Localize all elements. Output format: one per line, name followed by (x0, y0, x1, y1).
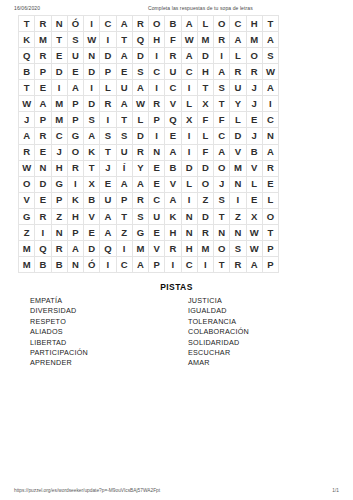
grid-cell-r12c2: E (35, 193, 51, 209)
grid-cell-r7c3: M (52, 112, 68, 128)
grid-cell-r6c11: L (182, 96, 198, 112)
grid-cell-r11c11: L (182, 177, 198, 193)
grid-cell-r5c6: L (100, 80, 116, 96)
grid-cell-r10c9: E (149, 161, 165, 177)
grid-cell-r7c4: P (68, 112, 84, 128)
grid-cell-r16c14: R (230, 257, 246, 273)
grid-cell-r6c2: A (35, 96, 51, 112)
grid-cell-r11c12: O (198, 177, 214, 193)
grid-cell-r4c10: U (165, 64, 181, 80)
grid-cell-r9c3: J (52, 145, 68, 161)
grid-cell-r6c15: J (247, 96, 263, 112)
grid-cell-r10c5: T (84, 161, 100, 177)
grid-cell-r5c10: C (165, 80, 181, 96)
grid-cell-r16c5: Ó (84, 257, 100, 273)
grid-cell-r14c4: P (68, 225, 84, 241)
grid-cell-r2c5: W (84, 32, 100, 48)
clue-word: COLABORACIÓN (188, 327, 249, 337)
grid-cell-r14c1: Z (19, 225, 35, 241)
grid-cell-r4c14: R (230, 64, 246, 80)
grid-cell-r15c6: Q (100, 241, 116, 257)
grid-cell-r14c15: W (247, 225, 263, 241)
grid-cell-r12c3: P (52, 193, 68, 209)
header-date: 16/06/2020 (14, 5, 40, 11)
grid-cell-r9c5: K (84, 145, 100, 161)
grid-cell-r11c15: L (247, 177, 263, 193)
grid-cell-r14c8: G (133, 225, 149, 241)
grid-cell-r4c12: H (198, 64, 214, 80)
clue-word: LIBERTAD (30, 338, 88, 348)
grid-cell-r3c7: A (117, 48, 133, 64)
grid-cell-r5c9: I (149, 80, 165, 96)
grid-cell-r13c2: R (35, 209, 51, 225)
grid-cell-r6c10: V (165, 96, 181, 112)
grid-cell-r4c9: C (149, 64, 165, 80)
grid-cell-r4c2: P (35, 64, 51, 80)
grid-cell-r3c8: D (133, 48, 149, 64)
grid-cell-r10c6: J (100, 161, 116, 177)
grid-cell-r13c4: H (68, 209, 84, 225)
clues-column-left: EMPATÍADIVERSIDADRESPETOALIADOSLIBERTADP… (30, 296, 88, 369)
grid-cell-r4c3: D (52, 64, 68, 80)
grid-cell-r10c14: M (230, 161, 246, 177)
grid-cell-r1c9: O (149, 16, 165, 32)
grid-cell-r16c15: A (247, 257, 263, 273)
grid-cell-r15c9: V (149, 241, 165, 257)
grid-cell-r15c4: A (68, 241, 84, 257)
grid-cell-r11c7: A (117, 177, 133, 193)
grid-cell-r8c6: S (100, 128, 116, 144)
clues-column-right: JUSTICIAIGUALDADTOLERANCIACOLABORACIÓNSO… (188, 296, 249, 369)
grid-cell-r16c4: N (68, 257, 84, 273)
grid-cell-r6c8: W (133, 96, 149, 112)
grid-cell-r16c8: A (133, 257, 149, 273)
grid-cell-r7c2: P (35, 112, 51, 128)
grid-cell-r9c14: V (230, 145, 246, 161)
grid-cell-r12c6: U (100, 193, 116, 209)
grid-cell-r11c1: O (19, 177, 35, 193)
grid-cell-r8c12: L (198, 128, 214, 144)
grid-cell-r5c12: T (198, 80, 214, 96)
grid-cell-r3c6: D (100, 48, 116, 64)
grid-cell-r10c16: R (263, 161, 279, 177)
grid-cell-r13c10: K (165, 209, 181, 225)
grid-cell-r7c1: J (19, 112, 35, 128)
grid-cell-r9c12: F (198, 145, 214, 161)
grid-cell-r15c7: I (117, 241, 133, 257)
grid-cell-r7c6: I (100, 112, 116, 128)
grid-cell-r4c15: R (247, 64, 263, 80)
grid-cell-r1c8: R (133, 16, 149, 32)
grid-cell-r4c6: P (100, 64, 116, 80)
grid-cell-r11c2: D (35, 177, 51, 193)
grid-cell-r1c2: R (35, 16, 51, 32)
footer-page-number: 1/1 (332, 488, 339, 493)
clue-word: ALIADOS (30, 327, 88, 337)
grid-cell-r16c9: P (149, 257, 165, 273)
grid-cell-r16c10: I (165, 257, 181, 273)
grid-cell-r16c12: I (198, 257, 214, 273)
grid-cell-r6c12: X (198, 96, 214, 112)
grid-cell-r1c6: C (100, 16, 116, 32)
clue-word: ESCUCHAR (188, 348, 249, 358)
grid-cell-r2c9: H (149, 32, 165, 48)
grid-cell-r9c10: A (165, 145, 181, 161)
grid-cell-r12c13: S (214, 193, 230, 209)
grid-cell-r14c11: N (182, 225, 198, 241)
grid-cell-r12c14: I (230, 193, 246, 209)
grid-cell-r15c13: O (214, 241, 230, 257)
grid-cell-r10c2: N (35, 161, 51, 177)
grid-cell-r2c3: T (52, 32, 68, 48)
grid-cell-r3c9: I (149, 48, 165, 64)
grid-cell-r3c4: U (68, 48, 84, 64)
clue-word: IGUALDAD (188, 306, 249, 316)
grid-cell-r14c3: N (52, 225, 68, 241)
grid-cell-r6c7: A (117, 96, 133, 112)
grid-cell-r4c13: A (214, 64, 230, 80)
grid-cell-r9c8: R (133, 145, 149, 161)
grid-cell-r8c1: A (19, 128, 35, 144)
grid-cell-r7c7: T (117, 112, 133, 128)
grid-cell-r3c3: E (52, 48, 68, 64)
grid-cell-r3c12: D (198, 48, 214, 64)
grid-cell-r12c9: C (149, 193, 165, 209)
grid-cell-r8c14: D (230, 128, 246, 144)
grid-cell-r14c6: A (100, 225, 116, 241)
grid-cell-r13c5: V (84, 209, 100, 225)
grid-cell-r10c11: D (182, 161, 198, 177)
grid-cell-r16c16: P (263, 257, 279, 273)
grid-cell-r15c12: M (198, 241, 214, 257)
grid-cell-r13c12: D (198, 209, 214, 225)
clue-word: JUSTICIA (188, 296, 249, 306)
grid-cell-r11c13: J (214, 177, 230, 193)
grid-cell-r13c15: X (247, 209, 263, 225)
grid-cell-r16c7: C (117, 257, 133, 273)
grid-cell-r12c4: K (68, 193, 84, 209)
grid-cell-r5c8: A (133, 80, 149, 96)
grid-cell-r9c13: A (214, 145, 230, 161)
grid-cell-r5c7: U (117, 80, 133, 96)
grid-cell-r6c16: I (263, 96, 279, 112)
clue-word: SOLIDARIDAD (188, 338, 249, 348)
grid-cell-r16c11: C (182, 257, 198, 273)
grid-cell-r15c5: D (84, 241, 100, 257)
grid-cell-r2c15: M (247, 32, 263, 48)
grid-cell-r16c6: I (100, 257, 116, 273)
grid-cell-r8c15: J (247, 128, 263, 144)
grid-cell-r6c6: R (100, 96, 116, 112)
grid-cell-r13c13: T (214, 209, 230, 225)
grid-cell-r8c13: C (214, 128, 230, 144)
clues-title: PISTAS (0, 282, 353, 292)
grid-cell-r5c2: E (35, 80, 51, 96)
grid-cell-r4c16: W (263, 64, 279, 80)
grid-cell-r2c1: K (19, 32, 35, 48)
grid-cell-r3c10: R (165, 48, 181, 64)
grid-cell-r15c10: R (165, 241, 181, 257)
grid-cell-r15c11: H (182, 241, 198, 257)
grid-cell-r5c5: I (84, 80, 100, 96)
clue-word: APRENDER (30, 358, 88, 368)
grid-cell-r1c12: L (198, 16, 214, 32)
grid-cell-r5c4: A (68, 80, 84, 96)
grid-cell-r7c9: P (149, 112, 165, 128)
grid-cell-r9c9: N (149, 145, 165, 161)
grid-cell-r14c16: T (263, 225, 279, 241)
grid-cell-r7c10: Q (165, 112, 181, 128)
grid-cell-r4c11: C (182, 64, 198, 80)
grid-cell-r8c11: I (182, 128, 198, 144)
clue-word: DIVERSIDAD (30, 306, 88, 316)
grid-cell-r9c6: T (100, 145, 116, 161)
grid-cell-r4c5: D (84, 64, 100, 80)
grid-cell-r15c8: M (133, 241, 149, 257)
grid-cell-r16c2: B (35, 257, 51, 273)
grid-cell-r1c5: I (84, 16, 100, 32)
grid-cell-r3c15: O (247, 48, 263, 64)
grid-cell-r3c16: S (263, 48, 279, 64)
grid-cell-r16c1: M (19, 257, 35, 273)
grid-cell-r1c7: A (117, 16, 133, 32)
grid-cell-r6c5: D (84, 96, 100, 112)
grid-cell-r1c11: A (182, 16, 198, 32)
grid-cell-r7c12: F (198, 112, 214, 128)
grid-cell-r15c3: R (52, 241, 68, 257)
grid-cell-r7c14: L (230, 112, 246, 128)
grid-cell-r2c4: S (68, 32, 84, 48)
clue-word: AMAR (188, 358, 249, 368)
grid-cell-r5c15: J (247, 80, 263, 96)
grid-cell-r10c1: W (19, 161, 35, 177)
grid-cell-r6c4: P (68, 96, 84, 112)
grid-cell-r2c12: M (198, 32, 214, 48)
grid-cell-r8c3: C (52, 128, 68, 144)
grid-cell-r10c8: Y (133, 161, 149, 177)
grid-cell-r14c12: R (198, 225, 214, 241)
grid-cell-r2c11: W (182, 32, 198, 48)
grid-cell-r4c7: E (117, 64, 133, 80)
grid-cell-r6c9: R (149, 96, 165, 112)
grid-cell-r11c5: X (84, 177, 100, 193)
grid-cell-r1c16: T (263, 16, 279, 32)
grid-cell-r5c16: A (263, 80, 279, 96)
grid-cell-r13c11: N (182, 209, 198, 225)
grid-cell-r15c15: W (247, 241, 263, 257)
grid-cell-r10c4: R (68, 161, 84, 177)
grid-cell-r8c10: E (165, 128, 181, 144)
grid-cell-r14c13: N (214, 225, 230, 241)
grid-cell-r11c10: V (165, 177, 181, 193)
grid-cell-r11c14: N (230, 177, 246, 193)
word-search-grid: TRNÓICAROBALOCHTKMTSWITQHFWMRAMAQREUNDAD… (18, 15, 279, 273)
grid-cell-r12c15: E (247, 193, 263, 209)
grid-cell-r8c7: S (117, 128, 133, 144)
grid-cell-r2c6: I (100, 32, 116, 48)
grid-cell-r9c15: B (247, 145, 263, 161)
grid-cell-r13c8: S (133, 209, 149, 225)
grid-cell-r7c8: L (133, 112, 149, 128)
grid-cell-r7c5: S (84, 112, 100, 128)
grid-cell-r11c16: E (263, 177, 279, 193)
grid-cell-r7c13: F (214, 112, 230, 128)
grid-cell-r15c16: P (263, 241, 279, 257)
grid-cell-r6c3: M (52, 96, 68, 112)
grid-cell-r9c2: E (35, 145, 51, 161)
grid-cell-r13c1: G (19, 209, 35, 225)
grid-cell-r7c11: X (182, 112, 198, 128)
grid-cell-r1c10: B (165, 16, 181, 32)
grid-cell-r9c1: R (19, 145, 35, 161)
grid-cell-r12c10: A (165, 193, 181, 209)
grid-cell-r10c3: H (52, 161, 68, 177)
grid-cell-r8c2: R (35, 128, 51, 144)
grid-cell-r16c3: B (52, 257, 68, 273)
grid-cell-r10c7: Í (117, 161, 133, 177)
footer-url: https://puzzel.org/es/wordseeker/update?… (14, 488, 160, 493)
grid-cell-r3c14: L (230, 48, 246, 64)
grid-cell-r14c5: E (84, 225, 100, 241)
grid-cell-r13c3: Z (52, 209, 68, 225)
grid-cell-r8c9: I (149, 128, 165, 144)
grid-cell-r2c8: Q (133, 32, 149, 48)
grid-cell-r5c11: I (182, 80, 198, 96)
grid-cell-r13c14: Z (230, 209, 246, 225)
clue-word: EMPATÍA (30, 296, 88, 306)
grid-cell-r12c1: V (19, 193, 35, 209)
grid-cell-r9c11: I (182, 145, 198, 161)
grid-cell-r11c9: E (149, 177, 165, 193)
grid-cell-r10c15: V (247, 161, 263, 177)
grid-cell-r4c8: S (133, 64, 149, 80)
grid-cell-r8c4: G (68, 128, 84, 144)
grid-cell-r3c11: A (182, 48, 198, 64)
grid-cell-r2c16: A (263, 32, 279, 48)
grid-cell-r1c13: O (214, 16, 230, 32)
grid-cell-r6c1: W (19, 96, 35, 112)
clue-word: RESPETO (30, 317, 88, 327)
grid-cell-r6c13: T (214, 96, 230, 112)
grid-cell-r13c7: T (117, 209, 133, 225)
grid-cell-r2c7: T (117, 32, 133, 48)
grid-cell-r2c13: R (214, 32, 230, 48)
grid-cell-r15c2: Q (35, 241, 51, 257)
grid-cell-r9c16: A (263, 145, 279, 161)
grid-cell-r3c2: R (35, 48, 51, 64)
grid-cell-r6c14: Y (230, 96, 246, 112)
grid-cell-r11c4: I (68, 177, 84, 193)
grid-cell-r12c8: R (133, 193, 149, 209)
grid-cell-r12c7: P (117, 193, 133, 209)
grid-cell-r11c6: E (100, 177, 116, 193)
grid-cell-r3c13: I (214, 48, 230, 64)
grid-cell-r1c4: Ó (68, 16, 84, 32)
grid-cell-r5c13: S (214, 80, 230, 96)
grid-cell-r5c14: U (230, 80, 246, 96)
grid-cell-r10c13: O (214, 161, 230, 177)
grid-cell-r14c10: H (165, 225, 181, 241)
grid-cell-r14c9: E (149, 225, 165, 241)
grid-cell-r12c5: B (84, 193, 100, 209)
grid-cell-r14c7: Z (117, 225, 133, 241)
header-title: Completa las respuestas de tu sopa de le… (148, 5, 253, 11)
grid-cell-r11c8: A (133, 177, 149, 193)
grid-cell-r15c1: M (19, 241, 35, 257)
grid-cell-r13c6: A (100, 209, 116, 225)
clue-word: PARTICIPACIÓN (30, 348, 88, 358)
printed-puzzle-page: 16/06/2020 Completa las respuestas de tu… (0, 0, 353, 500)
grid-cell-r2c14: A (230, 32, 246, 48)
grid-cell-r12c12: Z (198, 193, 214, 209)
grid-cell-r14c14: N (230, 225, 246, 241)
grid-cell-r4c1: B (19, 64, 35, 80)
grid-cell-r5c3: I (52, 80, 68, 96)
grid-cell-r14c2: I (35, 225, 51, 241)
grid-cell-r12c16: L (263, 193, 279, 209)
grid-cell-r1c3: N (52, 16, 68, 32)
grid-cell-r3c5: N (84, 48, 100, 64)
grid-cell-r15c14: S (230, 241, 246, 257)
grid-cell-r7c16: C (263, 112, 279, 128)
grid-cell-r3c1: Q (19, 48, 35, 64)
grid-cell-r8c5: A (84, 128, 100, 144)
grid-cell-r8c16: N (263, 128, 279, 144)
grid-cell-r4c4: E (68, 64, 84, 80)
clue-word: TOLERANCIA (188, 317, 249, 327)
grid-cell-r2c2: M (35, 32, 51, 48)
grid-cell-r16c13: T (214, 257, 230, 273)
grid-cell-r1c1: T (19, 16, 35, 32)
grid-cell-r1c14: C (230, 16, 246, 32)
grid-cell-r9c4: O (68, 145, 84, 161)
grid-cell-r10c12: D (198, 161, 214, 177)
grid-cell-r8c8: D (133, 128, 149, 144)
grid-cell-r2c10: F (165, 32, 181, 48)
grid-cell-r1c15: H (247, 16, 263, 32)
grid-cell-r12c11: I (182, 193, 198, 209)
grid-cell-r13c16: O (263, 209, 279, 225)
grid-cell-r9c7: U (117, 145, 133, 161)
grid-cell-r13c9: U (149, 209, 165, 225)
grid-cell-r10c10: B (165, 161, 181, 177)
grid-cell-r11c3: G (52, 177, 68, 193)
grid-cell-r7c15: E (247, 112, 263, 128)
grid-cell-r5c1: T (19, 80, 35, 96)
